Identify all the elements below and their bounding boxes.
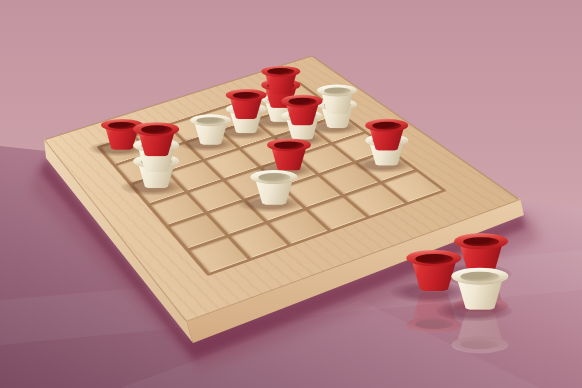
- cup-hollow: [232, 92, 260, 99]
- tabletop-scene: { "game": "Focus-style stacking strategy…: [0, 0, 582, 388]
- red-cup-piece[interactable]: [365, 118, 409, 150]
- cup-hollow: [258, 173, 290, 182]
- red-cup-piece[interactable]: [134, 123, 180, 157]
- white-cup-piece[interactable]: [250, 170, 297, 205]
- white-cup-piece: [451, 311, 508, 353]
- white-cup-piece[interactable]: [451, 268, 508, 310]
- red-cup-piece[interactable]: [261, 65, 300, 94]
- cup-hollow: [372, 121, 402, 129]
- red-cup-piece[interactable]: [267, 138, 311, 171]
- cup-hollow: [324, 87, 351, 94]
- white-cup-piece[interactable]: [190, 114, 232, 145]
- cup-hollow: [461, 339, 500, 350]
- cup-hollow: [274, 141, 304, 149]
- red-cup-piece[interactable]: [282, 95, 323, 125]
- cup-hollow: [108, 122, 137, 130]
- cup-hollow: [415, 254, 453, 264]
- white-cup-piece[interactable]: [317, 85, 357, 115]
- red-cup-piece[interactable]: [226, 89, 266, 119]
- cup-hollow: [267, 68, 294, 75]
